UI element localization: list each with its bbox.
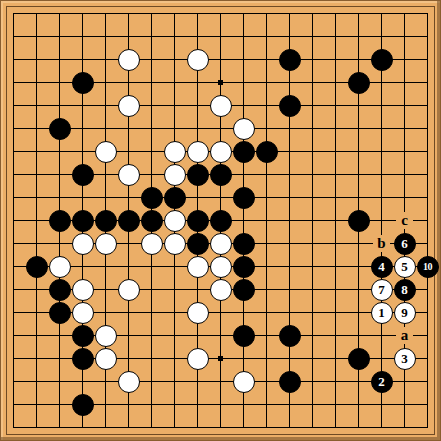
screenshot-root: 64510781932abc: [0, 0, 441, 441]
move-5-stone: 5: [394, 256, 416, 278]
black-stone: [233, 279, 255, 301]
black-stone: [187, 164, 209, 186]
move-number: 4: [378, 260, 385, 273]
white-stone: [118, 164, 140, 186]
move-number: 9: [401, 306, 408, 319]
black-stone: [210, 210, 232, 232]
grid-line-vertical: [381, 13, 382, 428]
white-stone: [72, 302, 94, 324]
black-stone: [233, 141, 255, 163]
white-stone: [187, 348, 209, 370]
black-stone: [141, 210, 163, 232]
move-number: 10: [423, 262, 432, 272]
white-stone: [95, 233, 117, 255]
black-stone: [279, 49, 301, 71]
black-stone: [233, 187, 255, 209]
white-stone: [164, 210, 186, 232]
white-stone: [210, 141, 232, 163]
move-3-stone: 3: [394, 348, 416, 370]
white-stone: [210, 233, 232, 255]
move-6-stone: 6: [394, 233, 416, 255]
black-stone: [49, 279, 71, 301]
black-stone: [49, 210, 71, 232]
black-stone: [72, 394, 94, 416]
black-stone: [141, 187, 163, 209]
black-stone: [49, 118, 71, 140]
white-stone: [49, 256, 71, 278]
move-1-stone: 1: [371, 302, 393, 324]
move-number: 2: [378, 375, 385, 388]
white-stone: [210, 256, 232, 278]
move-number: 1: [378, 306, 385, 319]
star-point: [218, 356, 223, 361]
grid-line-horizontal: [13, 381, 428, 382]
black-stone: [371, 49, 393, 71]
move-8-stone: 8: [394, 279, 416, 301]
black-stone: [233, 233, 255, 255]
go-board: 64510781932abc: [0, 0, 441, 441]
black-stone: [279, 371, 301, 393]
move-4-stone: 4: [371, 256, 393, 278]
white-stone: [210, 279, 232, 301]
white-stone: [233, 118, 255, 140]
white-stone: [95, 141, 117, 163]
move-7-stone: 7: [371, 279, 393, 301]
star-point: [218, 80, 223, 85]
black-stone: [164, 187, 186, 209]
black-stone: [233, 256, 255, 278]
black-stone: [72, 325, 94, 347]
black-stone: [348, 72, 370, 94]
black-stone: [118, 210, 140, 232]
grid-line-vertical: [243, 13, 244, 428]
board-label-c: c: [396, 212, 413, 229]
move-2-stone: 2: [371, 371, 393, 393]
white-stone: [72, 279, 94, 301]
move-number: 6: [401, 237, 408, 250]
grid-line-vertical: [289, 13, 290, 428]
white-stone: [72, 233, 94, 255]
black-stone: [187, 233, 209, 255]
black-stone: [95, 210, 117, 232]
black-stone: [187, 210, 209, 232]
black-stone: [72, 72, 94, 94]
board-label-a: a: [396, 327, 413, 344]
white-stone: [118, 371, 140, 393]
move-10-stone: 10: [417, 256, 439, 278]
grid-line-vertical: [427, 13, 428, 428]
white-stone: [233, 371, 255, 393]
black-stone: [49, 302, 71, 324]
black-stone: [348, 210, 370, 232]
white-stone: [118, 279, 140, 301]
black-stone: [72, 164, 94, 186]
move-number: 7: [378, 283, 385, 296]
black-stone: [279, 325, 301, 347]
board-label-b: b: [373, 235, 390, 252]
white-stone: [141, 233, 163, 255]
grid-line-horizontal: [13, 427, 428, 428]
white-stone: [95, 325, 117, 347]
white-stone: [187, 302, 209, 324]
grid-line-vertical: [335, 13, 336, 428]
move-number: 8: [401, 283, 408, 296]
grid-line-vertical: [312, 13, 313, 428]
black-stone: [210, 164, 232, 186]
white-stone: [118, 49, 140, 71]
black-stone: [72, 348, 94, 370]
move-number: 3: [401, 352, 408, 365]
black-stone: [233, 325, 255, 347]
white-stone: [187, 49, 209, 71]
grid-line-vertical: [266, 13, 267, 428]
white-stone: [164, 164, 186, 186]
white-stone: [118, 95, 140, 117]
white-stone: [95, 348, 117, 370]
black-stone: [72, 210, 94, 232]
black-stone: [26, 256, 48, 278]
white-stone: [187, 141, 209, 163]
black-stone: [279, 95, 301, 117]
white-stone: [164, 141, 186, 163]
move-9-stone: 9: [394, 302, 416, 324]
white-stone: [164, 233, 186, 255]
move-number: 5: [401, 260, 408, 273]
white-stone: [210, 95, 232, 117]
black-stone: [348, 348, 370, 370]
white-stone: [187, 256, 209, 278]
black-stone: [256, 141, 278, 163]
